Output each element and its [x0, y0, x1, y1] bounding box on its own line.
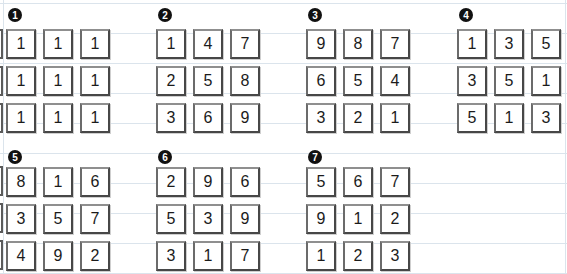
g2-cell-r2c3: 8 — [230, 66, 260, 96]
g4-cell-r2c2: 5 — [494, 66, 524, 96]
vertical-gridline-left — [3, 0, 4, 274]
cutoff-box-sliver — [0, 203, 3, 233]
g3-cell-r3c2: 2 — [343, 103, 373, 133]
cutoff-box-sliver — [0, 166, 3, 196]
g6-cell-r2c1: 5 — [156, 204, 186, 234]
g6-cell-r2c2: 3 — [193, 204, 223, 234]
group-7: 7 5 6 7 9 1 2 1 2 3 — [306, 150, 416, 271]
g2-cell-r3c1: 3 — [156, 103, 186, 133]
cutoff-box-sliver — [0, 103, 3, 133]
g7-cell-r2c3: 2 — [380, 204, 410, 234]
cutoff-box-sliver — [0, 240, 3, 270]
g7-cell-r3c3: 3 — [380, 241, 410, 271]
cutoff-box-sliver — [0, 29, 3, 59]
g3-cell-r1c2: 8 — [343, 29, 373, 59]
g5-cell-r1c1: 8 — [6, 167, 36, 197]
g5-cell-r3c2: 9 — [43, 241, 73, 271]
g5-cell-r2c2: 5 — [43, 204, 73, 234]
group-1: 1 1 1 1 1 1 1 1 1 1 — [6, 8, 116, 133]
group-7-grid: 5 6 7 9 1 2 1 2 3 — [306, 167, 416, 271]
g7-cell-r1c2: 6 — [343, 167, 373, 197]
group-2-grid: 1 4 7 2 5 8 3 6 9 — [156, 29, 266, 133]
group-6-number-badge: 6 — [158, 150, 172, 164]
g1-cell-r1c3: 1 — [80, 29, 110, 59]
g7-cell-r1c3: 7 — [380, 167, 410, 197]
g1-cell-r3c2: 1 — [43, 103, 73, 133]
group-5-grid: 8 1 6 3 5 7 4 9 2 — [6, 167, 116, 271]
g2-cell-r1c3: 7 — [230, 29, 260, 59]
g3-cell-r3c3: 1 — [380, 103, 410, 133]
g3-cell-r2c1: 6 — [306, 66, 336, 96]
g2-cell-r2c1: 2 — [156, 66, 186, 96]
g5-cell-r1c3: 6 — [80, 167, 110, 197]
group-3: 3 9 8 7 6 5 4 3 2 1 — [306, 8, 416, 133]
g4-cell-r3c1: 5 — [457, 103, 487, 133]
g1-cell-r2c3: 1 — [80, 66, 110, 96]
g5-cell-r2c1: 3 — [6, 204, 36, 234]
g6-cell-r1c1: 2 — [156, 167, 186, 197]
g2-cell-r2c2: 5 — [193, 66, 223, 96]
g6-cell-r3c2: 1 — [193, 241, 223, 271]
g1-cell-r2c2: 1 — [43, 66, 73, 96]
g6-cell-r1c2: 9 — [193, 167, 223, 197]
group-7-number-badge: 7 — [308, 150, 322, 164]
group-1-grid: 1 1 1 1 1 1 1 1 1 — [6, 29, 116, 133]
g5-cell-r2c3: 7 — [80, 204, 110, 234]
g4-cell-r1c3: 5 — [531, 29, 561, 59]
g5-cell-r1c2: 1 — [43, 167, 73, 197]
g4-cell-r3c3: 3 — [531, 103, 561, 133]
group-2: 2 1 4 7 2 5 8 3 6 9 — [156, 8, 266, 133]
g7-cell-r2c1: 9 — [306, 204, 336, 234]
g4-cell-r1c2: 3 — [494, 29, 524, 59]
group-1-number-badge: 1 — [8, 8, 22, 22]
group-6-grid: 2 9 6 5 3 9 3 1 7 — [156, 167, 266, 271]
g2-cell-r3c3: 9 — [230, 103, 260, 133]
g7-cell-r3c2: 2 — [343, 241, 373, 271]
g2-cell-r3c2: 6 — [193, 103, 223, 133]
cutoff-box-sliver — [0, 66, 3, 96]
group-2-number-badge: 2 — [158, 8, 172, 22]
group-4-grid: 1 3 5 3 5 1 5 1 3 — [457, 29, 567, 133]
worksheet: 1 1 1 1 1 1 1 1 1 1 2 1 4 7 2 5 8 3 6 9 … — [0, 0, 567, 274]
g3-cell-r2c3: 4 — [380, 66, 410, 96]
g2-cell-r1c1: 1 — [156, 29, 186, 59]
g1-cell-r1c2: 1 — [43, 29, 73, 59]
g2-cell-r1c2: 4 — [193, 29, 223, 59]
g5-cell-r3c1: 4 — [6, 241, 36, 271]
group-5-number-badge: 5 — [8, 150, 22, 164]
g4-cell-r1c1: 1 — [457, 29, 487, 59]
group-4: 4 1 3 5 3 5 1 5 1 3 — [457, 8, 567, 133]
g1-cell-r3c3: 1 — [80, 103, 110, 133]
g3-cell-r1c1: 9 — [306, 29, 336, 59]
g6-cell-r1c3: 6 — [230, 167, 260, 197]
g7-cell-r1c1: 5 — [306, 167, 336, 197]
g1-cell-r1c1: 1 — [6, 29, 36, 59]
g1-cell-r3c1: 1 — [6, 103, 36, 133]
group-5: 5 8 1 6 3 5 7 4 9 2 — [6, 150, 116, 271]
g4-cell-r2c1: 3 — [457, 66, 487, 96]
g6-cell-r2c3: 9 — [230, 204, 260, 234]
g5-cell-r3c3: 2 — [80, 241, 110, 271]
group-4-number-badge: 4 — [459, 8, 473, 22]
g4-cell-r3c2: 1 — [494, 103, 524, 133]
g6-cell-r3c3: 7 — [230, 241, 260, 271]
group-6: 6 2 9 6 5 3 9 3 1 7 — [156, 150, 266, 271]
g4-cell-r2c3: 1 — [531, 66, 561, 96]
g3-cell-r2c2: 5 — [343, 66, 373, 96]
g7-cell-r2c2: 1 — [343, 204, 373, 234]
g3-cell-r3c1: 3 — [306, 103, 336, 133]
g1-cell-r2c1: 1 — [6, 66, 36, 96]
g3-cell-r1c3: 7 — [380, 29, 410, 59]
group-3-number-badge: 3 — [308, 8, 322, 22]
group-3-grid: 9 8 7 6 5 4 3 2 1 — [306, 29, 416, 133]
g7-cell-r3c1: 1 — [306, 241, 336, 271]
g6-cell-r3c1: 3 — [156, 241, 186, 271]
